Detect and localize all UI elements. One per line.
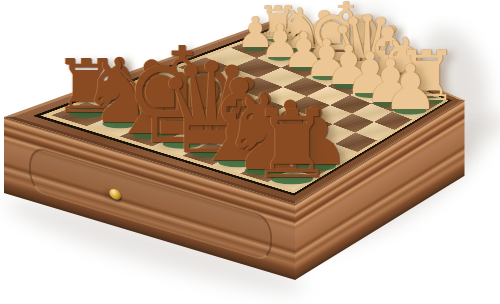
chess-set-product-photo: ♜♞♝♛♚♝♞♜♟♟♟♟♟♟♟♟♟♟♟♟♟♟♟♟♜♞♝♛♚♝♞♜: [0, 0, 500, 304]
